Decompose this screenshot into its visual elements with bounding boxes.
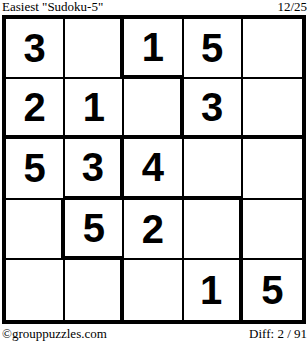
cell-r4c4[interactable] xyxy=(184,200,243,260)
cell-r1c2[interactable] xyxy=(65,19,124,79)
cell-r5c2[interactable] xyxy=(65,260,124,320)
header: Easiest "Sudoku-5" 12/25 xyxy=(0,0,308,15)
sudoku-board: 3 1 5 2 1 3 5 3 4 5 2 1 5 xyxy=(2,15,306,324)
cell-r1c1: 3 xyxy=(6,19,65,79)
puzzle-title: Easiest "Sudoku-5" xyxy=(2,0,103,14)
cell-r4c3: 2 xyxy=(124,200,183,260)
cell-r4c1[interactable] xyxy=(6,200,65,260)
cell-r3c5[interactable] xyxy=(243,139,302,199)
cell-r5c3[interactable] xyxy=(124,260,183,320)
cell-r3c4[interactable] xyxy=(184,139,243,199)
footer: ©grouppuzzles.com Diff: 2 / 91 xyxy=(0,324,308,341)
cell-r4c5[interactable] xyxy=(243,200,302,260)
cell-r1c4: 5 xyxy=(184,19,243,79)
cell-r2c3[interactable] xyxy=(124,79,183,139)
cell-r5c4: 1 xyxy=(184,260,243,320)
cell-r4c2: 5 xyxy=(65,200,124,260)
copyright-label: ©grouppuzzles.com xyxy=(2,327,107,341)
difficulty-label: Diff: 2 / 91 xyxy=(249,327,307,341)
progress-counter: 12/25 xyxy=(277,0,307,14)
puzzle-page: Easiest "Sudoku-5" 12/25 3 1 5 2 1 3 5 3… xyxy=(0,0,308,343)
cell-r1c3: 1 xyxy=(124,19,183,79)
cell-r2c4: 3 xyxy=(184,79,243,139)
cell-r5c1[interactable] xyxy=(6,260,65,320)
cell-r2c5[interactable] xyxy=(243,79,302,139)
cell-r1c5[interactable] xyxy=(243,19,302,79)
cell-r3c2: 3 xyxy=(65,139,124,199)
cell-r2c1: 2 xyxy=(6,79,65,139)
cell-r2c2: 1 xyxy=(65,79,124,139)
cell-r5c5: 5 xyxy=(243,260,302,320)
cell-r3c1: 5 xyxy=(6,139,65,199)
cell-r3c3: 4 xyxy=(124,139,183,199)
